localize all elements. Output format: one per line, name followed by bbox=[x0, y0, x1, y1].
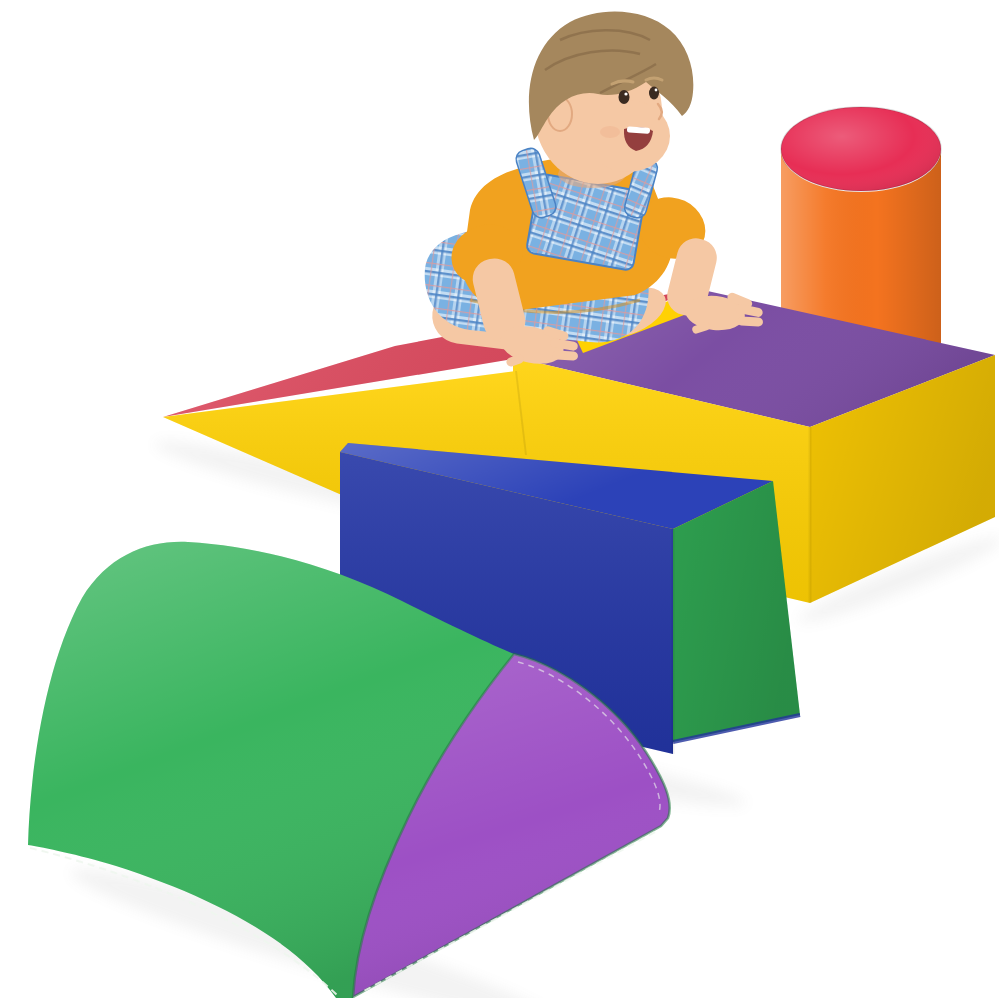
toddler bbox=[425, 12, 764, 370]
toddler-eye-right bbox=[649, 87, 659, 100]
toddler-eye-glint bbox=[655, 89, 658, 92]
toddler-eye-glint bbox=[624, 92, 627, 95]
toddler-left-finger bbox=[552, 350, 578, 360]
product-photo bbox=[0, 0, 999, 998]
cylinder-cap-shading bbox=[781, 107, 941, 191]
foam-playset-scene bbox=[0, 0, 999, 998]
toddler-right-finger bbox=[737, 316, 763, 326]
toddler-eye-left bbox=[619, 90, 630, 104]
toddler-cheek-blush bbox=[600, 126, 620, 138]
